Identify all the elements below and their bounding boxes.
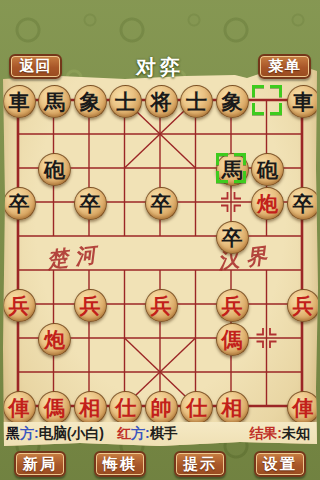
piece-black-1-2[interactable]: 砲 bbox=[38, 153, 71, 186]
piece-red-4-9[interactable]: 帥 bbox=[145, 391, 178, 424]
piece-black-0-0[interactable]: 車 bbox=[3, 85, 36, 118]
result-status: 结果:未知 bbox=[249, 425, 310, 443]
status-bar: 黑方:电脑(小白) 红方:棋手 结果:未知 bbox=[0, 422, 320, 446]
piece-black-5-0[interactable]: 士 bbox=[180, 85, 213, 118]
piece-red-7-3[interactable]: 炮 bbox=[251, 187, 284, 220]
back-button[interactable]: 返回 bbox=[9, 54, 62, 79]
piece-red-1-7[interactable]: 炮 bbox=[38, 323, 71, 356]
undo-move-button[interactable]: 悔棋 bbox=[94, 451, 146, 477]
footer-toolbar: 新局 悔棋 提示 设置 bbox=[0, 448, 320, 480]
piece-red-8-9[interactable]: 俥 bbox=[287, 391, 320, 424]
red-side-suffix: 方: bbox=[131, 425, 150, 443]
red-side-label: 红 bbox=[117, 425, 131, 443]
menu-button[interactable]: 菜单 bbox=[258, 54, 311, 79]
result-label: 结果: bbox=[249, 425, 282, 443]
piece-black-7-2[interactable]: 砲 bbox=[251, 153, 284, 186]
board[interactable]: 楚河 汉界 車馬象士将士象車砲馬砲卒卒卒炮卒卒兵兵兵兵兵炮傌俥傌相仕帥仕相俥 黑… bbox=[0, 48, 320, 450]
black-side-suffix: 方: bbox=[20, 425, 39, 443]
piece-red-2-6[interactable]: 兵 bbox=[74, 289, 107, 322]
piece-red-3-9[interactable]: 仕 bbox=[109, 391, 142, 424]
piece-red-0-9[interactable]: 俥 bbox=[3, 391, 36, 424]
piece-black-8-0[interactable]: 車 bbox=[287, 85, 320, 118]
piece-red-6-7[interactable]: 傌 bbox=[216, 323, 249, 356]
header-bar: 返回 菜单 bbox=[0, 0, 320, 80]
result-value: 未知 bbox=[282, 425, 310, 443]
black-side-status: 黑方:电脑(小白) bbox=[6, 425, 104, 443]
piece-red-0-6[interactable]: 兵 bbox=[3, 289, 36, 322]
piece-black-2-0[interactable]: 象 bbox=[74, 85, 107, 118]
piece-black-0-3[interactable]: 卒 bbox=[3, 187, 36, 220]
red-player-name: 棋手 bbox=[150, 425, 178, 443]
hint-button[interactable]: 提示 bbox=[174, 451, 226, 477]
piece-black-4-0[interactable]: 将 bbox=[145, 85, 178, 118]
piece-red-6-6[interactable]: 兵 bbox=[216, 289, 249, 322]
black-side-label: 黑 bbox=[6, 425, 20, 443]
piece-black-6-0[interactable]: 象 bbox=[216, 85, 249, 118]
piece-black-6-2[interactable]: 馬 bbox=[216, 153, 249, 186]
piece-black-4-3[interactable]: 卒 bbox=[145, 187, 178, 220]
piece-red-8-6[interactable]: 兵 bbox=[287, 289, 320, 322]
piece-black-8-3[interactable]: 卒 bbox=[287, 187, 320, 220]
settings-button[interactable]: 设置 bbox=[254, 451, 306, 477]
piece-black-6-4[interactable]: 卒 bbox=[216, 221, 249, 254]
piece-red-6-9[interactable]: 相 bbox=[216, 391, 249, 424]
black-player-name: 电脑(小白) bbox=[39, 425, 104, 443]
red-side-status: 红方:棋手 bbox=[117, 425, 178, 443]
piece-red-1-9[interactable]: 傌 bbox=[38, 391, 71, 424]
app-screen: 楚河 汉界 車馬象士将士象車砲馬砲卒卒卒炮卒卒兵兵兵兵兵炮傌俥傌相仕帥仕相俥 黑… bbox=[0, 0, 320, 480]
piece-red-4-6[interactable]: 兵 bbox=[145, 289, 178, 322]
piece-black-1-0[interactable]: 馬 bbox=[38, 85, 71, 118]
piece-red-5-9[interactable]: 仕 bbox=[180, 391, 213, 424]
piece-black-2-3[interactable]: 卒 bbox=[74, 187, 107, 220]
piece-red-2-9[interactable]: 相 bbox=[74, 391, 107, 424]
piece-black-3-0[interactable]: 士 bbox=[109, 85, 142, 118]
new-game-button[interactable]: 新局 bbox=[14, 451, 66, 477]
